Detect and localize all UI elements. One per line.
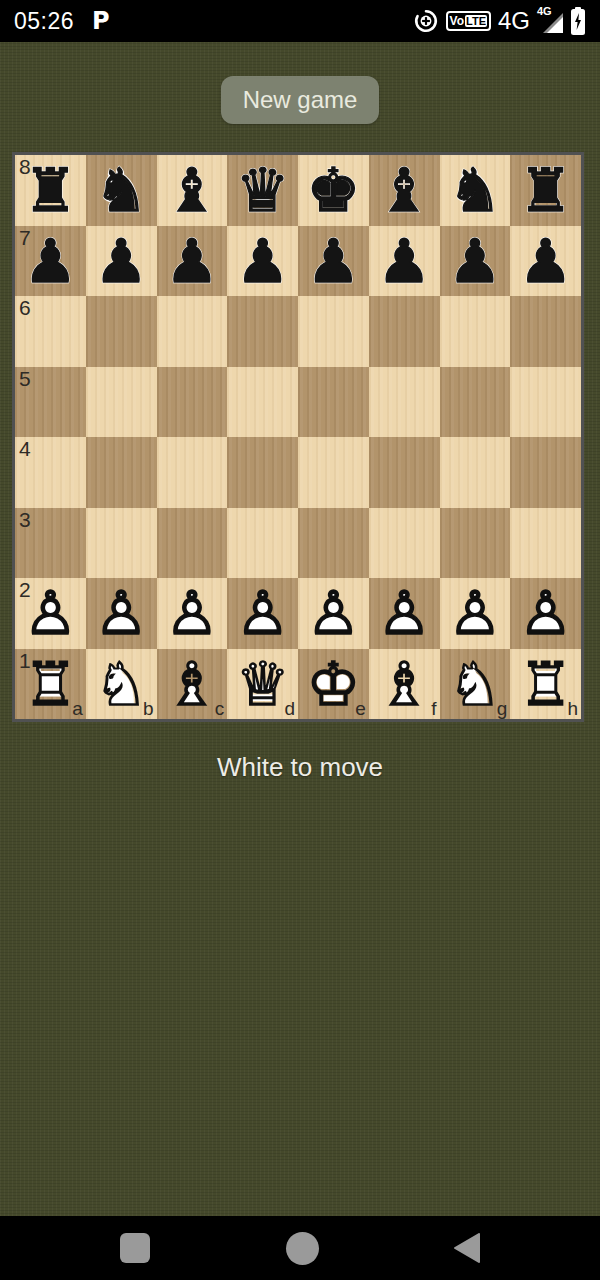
recents-button[interactable] (120, 1233, 150, 1263)
recents-square-icon (120, 1233, 150, 1263)
piece-black-pawn: ♟ (298, 226, 369, 297)
rank-label-1: 1 (19, 649, 31, 672)
piece-black-bishop: ♝ (157, 155, 228, 226)
square-g1[interactable]: g♞♘ (440, 649, 511, 720)
piece-glyph-underlay: ♔ (298, 155, 369, 226)
file-label-e: e (355, 699, 366, 720)
home-circle-icon (286, 1232, 319, 1265)
square-f6[interactable] (369, 296, 440, 367)
data-saver-icon (413, 8, 439, 34)
piece-black-queen: ♛ (227, 155, 298, 226)
square-a5[interactable]: 5 (15, 367, 86, 438)
piece-white-pawn: ♙ (369, 578, 440, 649)
back-triangle-icon (454, 1233, 480, 1263)
square-f1[interactable]: f♝♗ (369, 649, 440, 720)
piece-glyph-underlay: ♙ (157, 226, 228, 297)
piece-black-pawn: ♟ (157, 226, 228, 297)
new-game-button[interactable]: New game (221, 76, 380, 124)
square-b5[interactable] (86, 367, 157, 438)
square-e1[interactable]: e♚♔ (298, 649, 369, 720)
square-g5[interactable] (440, 367, 511, 438)
chess-board-frame: 8♖♜♘♞♗♝♕♛♔♚♗♝♘♞♖♜7♙♟♙♟♙♟♙♟♙♟♙♟♙♟♙♟65432♟… (12, 152, 600, 722)
piece-black-pawn: ♟ (440, 226, 511, 297)
rank-label-7: 7 (19, 226, 31, 249)
android-nav-bar (0, 1216, 600, 1280)
piece-glyph-underlay: ♗ (369, 155, 440, 226)
rank-label-5: 5 (19, 367, 31, 390)
square-b7[interactable]: ♙♟ (86, 226, 157, 297)
square-g2[interactable]: ♟♙ (440, 578, 511, 649)
battery-charging-icon (570, 7, 586, 35)
rank-label-2: 2 (19, 578, 31, 601)
file-label-c: c (215, 699, 225, 720)
piece-glyph-underlay: ♟ (86, 578, 157, 649)
square-f4[interactable] (369, 437, 440, 508)
piece-glyph-underlay: ♙ (227, 226, 298, 297)
square-c5[interactable] (157, 367, 228, 438)
piece-glyph-underlay: ♙ (369, 226, 440, 297)
file-label-b: b (143, 699, 154, 720)
square-d5[interactable] (227, 367, 298, 438)
square-g6[interactable] (440, 296, 511, 367)
piece-glyph-underlay: ♟ (157, 578, 228, 649)
file-label-d: d (284, 699, 295, 720)
piece-black-pawn: ♟ (369, 226, 440, 297)
square-g4[interactable] (440, 437, 511, 508)
square-d1[interactable]: d♛♕ (227, 649, 298, 720)
square-a4[interactable]: 4 (15, 437, 86, 508)
square-b3[interactable] (86, 508, 157, 579)
file-label-f: f (431, 699, 436, 720)
square-c6[interactable] (157, 296, 228, 367)
piece-black-rook: ♜ (510, 155, 581, 226)
square-g8[interactable]: ♘♞ (440, 155, 511, 226)
piece-glyph-underlay: ♟ (298, 578, 369, 649)
piece-glyph-underlay: ♖ (510, 155, 581, 226)
square-f7[interactable]: ♙♟ (369, 226, 440, 297)
notification-p-icon: P (92, 7, 110, 35)
piece-glyph-underlay: ♟ (510, 578, 581, 649)
square-f3[interactable] (369, 508, 440, 579)
square-f5[interactable] (369, 367, 440, 438)
piece-glyph-underlay: ♟ (227, 578, 298, 649)
piece-white-pawn: ♙ (298, 578, 369, 649)
signal-strength-icon: 4G (537, 7, 563, 35)
piece-white-pawn: ♙ (157, 578, 228, 649)
piece-glyph-underlay: ♙ (440, 226, 511, 297)
square-c4[interactable] (157, 437, 228, 508)
home-button[interactable] (286, 1232, 319, 1265)
piece-black-king: ♚ (298, 155, 369, 226)
square-a6[interactable]: 6 (15, 296, 86, 367)
piece-glyph-underlay: ♟ (440, 578, 511, 649)
square-f2[interactable]: ♟♙ (369, 578, 440, 649)
piece-black-bishop: ♝ (369, 155, 440, 226)
piece-black-knight: ♞ (86, 155, 157, 226)
square-d6[interactable] (227, 296, 298, 367)
piece-glyph-underlay: ♘ (86, 155, 157, 226)
piece-black-pawn: ♟ (510, 226, 581, 297)
square-h4[interactable] (510, 437, 581, 508)
square-e5[interactable] (298, 367, 369, 438)
square-c2[interactable]: ♟♙ (157, 578, 228, 649)
square-h8[interactable]: ♖♜ (510, 155, 581, 226)
square-h7[interactable]: ♙♟ (510, 226, 581, 297)
square-g7[interactable]: ♙♟ (440, 226, 511, 297)
square-a7[interactable]: 7♙♟ (15, 226, 86, 297)
square-d3[interactable] (227, 508, 298, 579)
square-e4[interactable] (298, 437, 369, 508)
square-d4[interactable] (227, 437, 298, 508)
rank-label-8: 8 (19, 155, 31, 178)
square-h1[interactable]: h♜♖ (510, 649, 581, 720)
piece-white-pawn: ♙ (440, 578, 511, 649)
square-a8[interactable]: 8♖♜ (15, 155, 86, 226)
file-label-a: a (72, 699, 83, 720)
piece-glyph-underlay: ♗ (157, 155, 228, 226)
piece-white-pawn: ♙ (227, 578, 298, 649)
square-b4[interactable] (86, 437, 157, 508)
piece-black-knight: ♞ (440, 155, 511, 226)
piece-black-pawn: ♟ (86, 226, 157, 297)
square-e2[interactable]: ♟♙ (298, 578, 369, 649)
square-d7[interactable]: ♙♟ (227, 226, 298, 297)
square-e8[interactable]: ♔♚ (298, 155, 369, 226)
chess-board: 8♖♜♘♞♗♝♕♛♔♚♗♝♘♞♖♜7♙♟♙♟♙♟♙♟♙♟♙♟♙♟♙♟65432♟… (12, 152, 584, 722)
back-button[interactable] (454, 1233, 480, 1263)
square-h5[interactable] (510, 367, 581, 438)
square-b8[interactable]: ♘♞ (86, 155, 157, 226)
rank-label-4: 4 (19, 437, 31, 460)
square-b6[interactable] (86, 296, 157, 367)
piece-white-pawn: ♙ (510, 578, 581, 649)
square-h2[interactable]: ♟♙ (510, 578, 581, 649)
piece-glyph-underlay: ♙ (298, 226, 369, 297)
square-a2[interactable]: 2♟♙ (15, 578, 86, 649)
square-g3[interactable] (440, 508, 511, 579)
file-label-h: h (567, 699, 578, 720)
clock: 05:26 (14, 8, 74, 35)
piece-white-bishop: ♗ (369, 649, 440, 720)
square-c7[interactable]: ♙♟ (157, 226, 228, 297)
square-h6[interactable] (510, 296, 581, 367)
piece-glyph-underlay: ♙ (510, 226, 581, 297)
volte-icon: Vo LTE (446, 11, 491, 31)
square-e3[interactable] (298, 508, 369, 579)
status-bar: 05:26 P Vo LTE 4G 4G (0, 0, 600, 42)
square-c1[interactable]: c♝♗ (157, 649, 228, 720)
square-b2[interactable]: ♟♙ (86, 578, 157, 649)
square-d2[interactable]: ♟♙ (227, 578, 298, 649)
piece-glyph-underlay: ♕ (227, 155, 298, 226)
piece-glyph-underlay: ♝ (369, 649, 440, 720)
square-a1[interactable]: 1a♜♖ (15, 649, 86, 720)
square-d8[interactable]: ♕♛ (227, 155, 298, 226)
piece-glyph-underlay: ♟ (369, 578, 440, 649)
piece-white-pawn: ♙ (86, 578, 157, 649)
piece-black-pawn: ♟ (227, 226, 298, 297)
square-f8[interactable]: ♗♝ (369, 155, 440, 226)
file-label-g: g (497, 699, 508, 720)
square-a3[interactable]: 3 (15, 508, 86, 579)
piece-glyph-underlay: ♙ (86, 226, 157, 297)
square-c3[interactable] (157, 508, 228, 579)
turn-indicator: White to move (0, 752, 600, 783)
square-e6[interactable] (298, 296, 369, 367)
network-type-label: 4G (498, 7, 530, 35)
rank-label-6: 6 (19, 296, 31, 319)
square-c8[interactable]: ♗♝ (157, 155, 228, 226)
square-b1[interactable]: b♞♘ (86, 649, 157, 720)
square-e7[interactable]: ♙♟ (298, 226, 369, 297)
square-h3[interactable] (510, 508, 581, 579)
rank-label-3: 3 (19, 508, 31, 531)
piece-glyph-underlay: ♘ (440, 155, 511, 226)
app-screen: { "game": "chess", "position": { "fen": … (0, 0, 600, 1280)
